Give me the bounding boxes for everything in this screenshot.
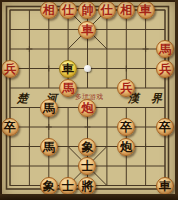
game-window: 楚 河 漢 界 多玩游戏 相仕帥仕相車車馬兵車兵馬兵馬炮卒卒卒馬象炮士象士將車 <box>0 0 178 200</box>
board-intersection: 車 <box>58 59 77 79</box>
pieces-grid: 相仕帥仕相車車馬兵車兵馬兵馬炮卒卒卒馬象炮士象士將車 <box>0 0 174 195</box>
frame-edge-left <box>0 0 2 200</box>
piece-black-車[interactable]: 車 <box>156 177 174 195</box>
piece-red-車[interactable]: 車 <box>137 1 155 19</box>
piece-black-卒[interactable]: 卒 <box>117 118 135 136</box>
board-intersection: 兵 <box>117 78 136 98</box>
board-intersection: 馬 <box>58 78 77 98</box>
piece-red-炮[interactable]: 炮 <box>78 99 96 117</box>
board-intersection: 炮 <box>117 137 136 157</box>
last-move-origin-marker <box>84 65 91 72</box>
piece-black-將[interactable]: 將 <box>78 177 96 195</box>
piece-red-馬[interactable]: 馬 <box>156 40 174 58</box>
piece-black-馬[interactable]: 馬 <box>40 138 58 156</box>
piece-black-卒[interactable]: 卒 <box>156 118 174 136</box>
frame-edge-bottom <box>0 194 178 200</box>
board-intersection: 馬 <box>155 39 174 59</box>
piece-red-相[interactable]: 相 <box>117 1 135 19</box>
board-intersection: 兵 <box>155 59 174 79</box>
board-intersection: 車 <box>136 0 155 20</box>
board-intersection: 仕 <box>97 0 116 20</box>
board-intersection <box>78 59 97 79</box>
piece-red-兵[interactable]: 兵 <box>1 60 19 78</box>
piece-red-仕[interactable]: 仕 <box>59 1 77 19</box>
board-intersection: 士 <box>78 156 97 176</box>
board-intersection: 帥 <box>78 0 97 20</box>
piece-black-車[interactable]: 車 <box>59 60 77 78</box>
board-intersection: 象 <box>78 137 97 157</box>
piece-black-象[interactable]: 象 <box>40 177 58 195</box>
board-intersection: 相 <box>117 0 136 20</box>
piece-black-士[interactable]: 士 <box>59 177 77 195</box>
piece-black-馬[interactable]: 馬 <box>40 99 58 117</box>
board-intersection: 馬 <box>39 137 58 157</box>
board-intersection: 象 <box>39 176 58 196</box>
frame-edge-right <box>175 0 178 200</box>
frame-edge-top <box>0 0 178 2</box>
xiangqi-board: 楚 河 漢 界 多玩游戏 相仕帥仕相車車馬兵車兵馬兵馬炮卒卒卒馬象炮士象士將車 <box>0 0 178 200</box>
piece-black-象[interactable]: 象 <box>78 138 96 156</box>
piece-red-車[interactable]: 車 <box>78 21 96 39</box>
board-intersection: 仕 <box>58 0 77 20</box>
piece-red-兵[interactable]: 兵 <box>156 60 174 78</box>
piece-red-相[interactable]: 相 <box>40 1 58 19</box>
board-intersection: 馬 <box>39 98 58 118</box>
board-intersection: 卒 <box>117 117 136 137</box>
board-intersection: 車 <box>155 176 174 196</box>
board-intersection: 卒 <box>155 117 174 137</box>
board-intersection: 將 <box>78 176 97 196</box>
board-intersection: 士 <box>58 176 77 196</box>
piece-red-馬[interactable]: 馬 <box>59 79 77 97</box>
piece-red-兵[interactable]: 兵 <box>117 79 135 97</box>
piece-black-卒[interactable]: 卒 <box>1 118 19 136</box>
board-intersection: 相 <box>39 0 58 20</box>
piece-black-士[interactable]: 士 <box>78 157 96 175</box>
board-intersection: 兵 <box>0 59 19 79</box>
board-intersection: 車 <box>78 20 97 40</box>
piece-black-炮[interactable]: 炮 <box>117 138 135 156</box>
board-intersection: 炮 <box>78 98 97 118</box>
piece-red-仕[interactable]: 仕 <box>98 1 116 19</box>
board-intersection: 卒 <box>0 117 19 137</box>
piece-red-帥[interactable]: 帥 <box>78 1 96 19</box>
